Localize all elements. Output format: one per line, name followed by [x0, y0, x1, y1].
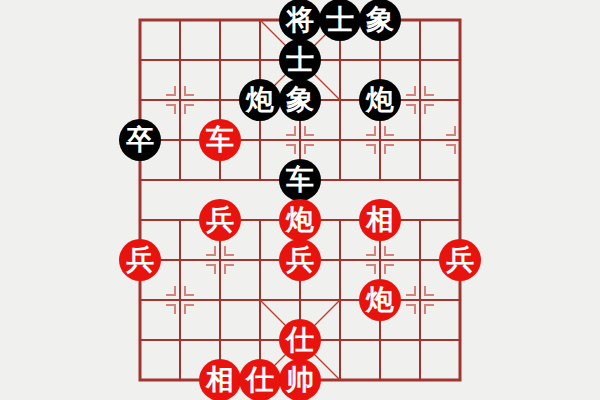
- red-elephant[interactable]: 相: [359, 199, 401, 241]
- red-soldier[interactable]: 兵: [439, 239, 481, 281]
- red-soldier[interactable]: 兵: [199, 199, 241, 241]
- red-soldier[interactable]: 兵: [279, 239, 321, 281]
- red-advisor[interactable]: 仕: [279, 319, 321, 361]
- red-advisor[interactable]: 仕: [239, 359, 281, 400]
- red-soldier[interactable]: 兵: [119, 239, 161, 281]
- black-soldier[interactable]: 卒: [119, 119, 161, 161]
- screenshot-canvas: 将士象士炮象炮卒车车兵炮相兵兵兵炮仕相仕帅: [0, 0, 600, 400]
- black-cannon[interactable]: 炮: [359, 79, 401, 121]
- black-cannon[interactable]: 炮: [239, 79, 281, 121]
- pieces-grid: 将士象士炮象炮卒车车兵炮相兵兵兵炮仕相仕帅: [120, 0, 480, 400]
- black-advisor[interactable]: 士: [279, 39, 321, 81]
- red-elephant[interactable]: 相: [199, 359, 241, 400]
- black-general[interactable]: 将: [279, 0, 321, 41]
- black-elephant[interactable]: 象: [279, 79, 321, 121]
- red-cannon[interactable]: 炮: [279, 199, 321, 241]
- red-cannon[interactable]: 炮: [359, 279, 401, 321]
- black-elephant[interactable]: 象: [359, 0, 401, 41]
- red-chariot[interactable]: 车: [199, 119, 241, 161]
- red-general[interactable]: 帅: [279, 359, 321, 400]
- xiangqi-board: 将士象士炮象炮卒车车兵炮相兵兵兵炮仕相仕帅: [120, 0, 480, 400]
- black-advisor[interactable]: 士: [319, 0, 361, 41]
- black-chariot[interactable]: 车: [279, 159, 321, 201]
